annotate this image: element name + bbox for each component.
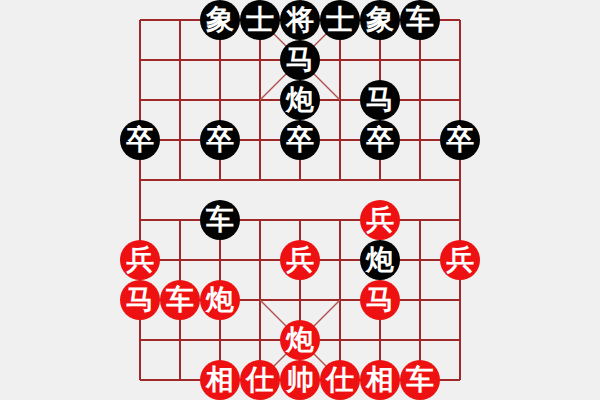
piece-red-chariot[interactable]: 车: [400, 360, 440, 400]
xiangqi-board: 象士将士象车马炮马卒卒卒卒卒车炮兵兵兵兵马车炮马炮相仕帅仕相车: [0, 0, 600, 400]
piece-red-advisor[interactable]: 仕: [320, 360, 360, 400]
piece-red-horse[interactable]: 马: [120, 280, 160, 320]
piece-red-advisor[interactable]: 仕: [240, 360, 280, 400]
piece-black-horse[interactable]: 马: [360, 80, 400, 120]
piece-black-soldier[interactable]: 卒: [280, 120, 320, 160]
piece-black-advisor[interactable]: 士: [320, 0, 360, 40]
piece-red-soldier[interactable]: 兵: [440, 240, 480, 280]
piece-black-cannon[interactable]: 炮: [360, 240, 400, 280]
piece-black-elephant[interactable]: 象: [200, 0, 240, 40]
piece-black-chariot[interactable]: 车: [400, 0, 440, 40]
piece-red-cannon[interactable]: 炮: [200, 280, 240, 320]
piece-black-soldier[interactable]: 卒: [120, 120, 160, 160]
piece-black-chariot[interactable]: 车: [200, 200, 240, 240]
piece-black-soldier[interactable]: 卒: [360, 120, 400, 160]
piece-black-horse[interactable]: 马: [280, 40, 320, 80]
piece-black-soldier[interactable]: 卒: [440, 120, 480, 160]
piece-black-advisor[interactable]: 士: [240, 0, 280, 40]
piece-black-general[interactable]: 将: [280, 0, 320, 40]
piece-red-cannon[interactable]: 炮: [280, 320, 320, 360]
piece-red-elephant[interactable]: 相: [200, 360, 240, 400]
piece-red-elephant[interactable]: 相: [360, 360, 400, 400]
piece-red-chariot[interactable]: 车: [160, 280, 200, 320]
piece-red-soldier[interactable]: 兵: [360, 200, 400, 240]
piece-black-elephant[interactable]: 象: [360, 0, 400, 40]
piece-red-horse[interactable]: 马: [360, 280, 400, 320]
piece-red-soldier[interactable]: 兵: [280, 240, 320, 280]
piece-red-general[interactable]: 帅: [280, 360, 320, 400]
piece-black-cannon[interactable]: 炮: [280, 80, 320, 120]
piece-layer: 象士将士象车马炮马卒卒卒卒卒车炮兵兵兵兵马车炮马炮相仕帅仕相车: [120, 0, 480, 400]
piece-black-soldier[interactable]: 卒: [200, 120, 240, 160]
piece-red-soldier[interactable]: 兵: [120, 240, 160, 280]
